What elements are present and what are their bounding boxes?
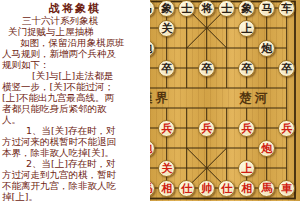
piece-red-炮[interactable]: 炮 — [258, 140, 275, 157]
rules-line: 方过河走到九宫的棋，暂时 — [0, 169, 150, 180]
piece-red-兵[interactable]: 兵 — [198, 120, 215, 137]
rules-line: 横竖一步，[关]不能过河； — [0, 81, 150, 92]
piece-black-炮[interactable]: 炮 — [258, 40, 275, 57]
rules-line: 如图，保留沿用象棋原班 — [0, 37, 150, 48]
piece-red-上[interactable]: 上 — [238, 160, 255, 177]
piece-black-关[interactable]: 关 — [158, 20, 175, 37]
piece-red-兵[interactable]: 兵 — [158, 120, 175, 137]
rules-line: [上]不能出九宫最高线。两 — [0, 92, 150, 103]
piece-black-士[interactable]: 士 — [218, 0, 235, 17]
piece-black-士[interactable]: 士 — [178, 0, 195, 17]
piece-black-马[interactable]: 马 — [258, 0, 275, 17]
piece-black-象[interactable]: 象 — [238, 0, 255, 17]
rules-line: 掉[上]。 — [0, 191, 150, 201]
rules-line: 人马规则，新增两个兵种及 — [0, 48, 150, 59]
piece-red-仕[interactable]: 仕 — [178, 180, 195, 197]
piece-red-相[interactable]: 相 — [158, 180, 175, 197]
piece-red-关[interactable]: 关 — [158, 160, 175, 177]
piece-red-馬[interactable]: 馬 — [258, 180, 275, 197]
river-label-han: 漢界 — [150, 90, 171, 105]
rules-line: [关]与[上]走法都是 — [0, 70, 150, 81]
rules-line: 规则如下： — [0, 59, 150, 70]
rules-panel: 战将象棋 三十六计系列象棋 关门捉贼与上屋抽梯 如图，保留沿用象棋原班 人马规则… — [0, 0, 150, 201]
piece-black-卒[interactable]: 卒 — [158, 60, 175, 77]
piece-black-卒[interactable]: 卒 — [238, 60, 255, 77]
rules-line: 不能离开九宫，除非敌人吃 — [0, 180, 150, 191]
piece-red-兵[interactable]: 兵 — [278, 120, 295, 137]
piece-black-上[interactable]: 上 — [238, 20, 255, 37]
piece-red-仕[interactable]: 仕 — [218, 180, 235, 197]
page-title: 战将象棋 — [0, 2, 150, 15]
piece-red-兵[interactable]: 兵 — [238, 120, 255, 137]
piece-red-車[interactable]: 車 — [278, 180, 295, 197]
rules-line: 者都只能吃身后紧邻的敌 — [0, 103, 150, 114]
piece-red-相[interactable]: 相 — [238, 180, 255, 197]
rules-item-2: 2、当[上]存在时，对 — [0, 158, 150, 169]
piece-black-将[interactable]: 将 — [198, 0, 215, 17]
xiangqi-board[interactable]: 漢界 楚河 车马象士将士象马车关上炮炮卒卒卒卒卒兵兵兵兵兵炮炮关上車馬相仕帅仕相… — [150, 0, 300, 201]
piece-black-象[interactable]: 象 — [158, 0, 175, 17]
rules-strategy: 关门捉贼与上屋抽梯 — [0, 26, 150, 37]
piece-black-卒[interactable]: 卒 — [278, 60, 295, 77]
rules-line: 本界，除非敌人吃掉[关]。 — [0, 147, 150, 158]
rules-line: 方过河来的棋暂时不能退回 — [0, 136, 150, 147]
piece-black-车[interactable]: 车 — [278, 0, 295, 17]
rules-subtitle: 三十六计系列象棋 — [0, 15, 150, 26]
piece-red-帅[interactable]: 帅 — [198, 180, 215, 197]
river-label-chu: 楚河 — [239, 90, 270, 105]
rules-item-1: 1、当[关]存在时，对 — [0, 125, 150, 136]
piece-black-卒[interactable]: 卒 — [198, 60, 215, 77]
rules-line: 人。 — [0, 114, 150, 125]
